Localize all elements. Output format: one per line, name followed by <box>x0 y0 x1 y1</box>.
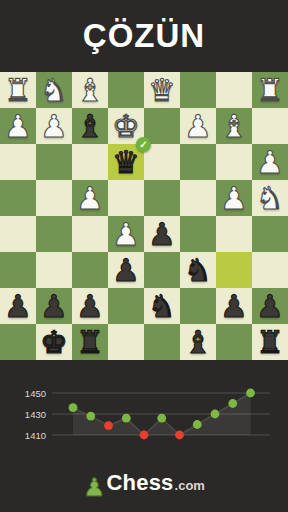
square-f3[interactable] <box>72 144 108 180</box>
square-h2[interactable]: ♟ <box>0 108 36 144</box>
piece-wP-a3[interactable]: ♟ <box>256 144 284 180</box>
piece-wK-e2[interactable]: ♚ <box>112 108 140 144</box>
square-f2[interactable]: ♝ <box>72 108 108 144</box>
square-e5[interactable]: ♟ <box>108 216 144 252</box>
piece-wP-h2[interactable]: ♟ <box>4 108 32 144</box>
square-c8[interactable]: ♝ <box>180 324 216 360</box>
piece-bQ-e3[interactable]: ♛ <box>112 144 140 180</box>
check-icon: ✓ <box>139 137 147 152</box>
square-e1[interactable] <box>108 72 144 108</box>
square-f7[interactable]: ♟ <box>72 288 108 324</box>
piece-wP-b4[interactable]: ♟ <box>220 180 248 216</box>
square-c1[interactable] <box>180 72 216 108</box>
piece-bR-a8[interactable]: ♜ <box>256 324 284 360</box>
piece-wR-h1[interactable]: ♜ <box>4 72 32 108</box>
brand-name: Chess <box>107 470 174 496</box>
square-c6[interactable]: ♞ <box>180 252 216 288</box>
title-bar: ÇÖZÜN <box>0 0 288 72</box>
ytick-label: 1430 <box>25 409 46 420</box>
square-g8[interactable]: ♚ <box>36 324 72 360</box>
piece-bK-g8[interactable]: ♚ <box>40 324 68 360</box>
chart-point-9 <box>211 410 220 419</box>
square-g3[interactable] <box>36 144 72 180</box>
square-e7[interactable] <box>108 288 144 324</box>
app-screen: ÇÖZÜN ♜♞♝♛♜♟♟♝♚♟♝♛♟♟♟♞♟♟♟♞♟♟♟♞♟♟♚♜♝♜✓ 14… <box>0 0 288 512</box>
square-b7[interactable]: ♟ <box>216 288 252 324</box>
square-b4[interactable]: ♟ <box>216 180 252 216</box>
piece-wN-a4[interactable]: ♞ <box>256 180 284 216</box>
piece-bP-b7[interactable]: ♟ <box>220 288 248 324</box>
square-g2[interactable]: ♟ <box>36 108 72 144</box>
square-h7[interactable]: ♟ <box>0 288 36 324</box>
chart-point-7 <box>175 431 184 440</box>
square-e6[interactable]: ♟ <box>108 252 144 288</box>
correct-move-badge: ✓ <box>136 137 151 152</box>
piece-wP-e5[interactable]: ♟ <box>112 216 140 252</box>
square-a3[interactable]: ♟ <box>252 144 288 180</box>
chess-board: ♜♞♝♛♜♟♟♝♚♟♝♛♟♟♟♞♟♟♟♞♟♟♟♞♟♟♚♜♝♜✓ <box>0 72 288 360</box>
pawn-logo-icon: ♟ <box>83 475 105 500</box>
square-h5[interactable] <box>0 216 36 252</box>
piece-bP-e6[interactable]: ♟ <box>112 252 140 288</box>
chart-point-5 <box>140 431 149 440</box>
square-c4[interactable] <box>180 180 216 216</box>
square-h4[interactable] <box>0 180 36 216</box>
square-g5[interactable] <box>36 216 72 252</box>
square-d4[interactable] <box>144 180 180 216</box>
square-b8[interactable] <box>216 324 252 360</box>
square-b5[interactable] <box>216 216 252 252</box>
piece-bN-d7[interactable]: ♞ <box>148 288 176 324</box>
ytick-label: 1410 <box>25 430 46 441</box>
piece-wQ-d1[interactable]: ♛ <box>148 72 176 108</box>
square-d8[interactable] <box>144 324 180 360</box>
piece-bP-g7[interactable]: ♟ <box>40 288 68 324</box>
square-g6[interactable] <box>36 252 72 288</box>
piece-wN-g1[interactable]: ♞ <box>40 72 68 108</box>
square-b6[interactable] <box>216 252 252 288</box>
piece-wB-b2[interactable]: ♝ <box>220 108 248 144</box>
chart-point-4 <box>122 414 131 423</box>
square-a5[interactable] <box>252 216 288 252</box>
square-f6[interactable] <box>72 252 108 288</box>
square-g4[interactable] <box>36 180 72 216</box>
brand-tld: .com <box>175 478 205 493</box>
square-b2[interactable]: ♝ <box>216 108 252 144</box>
chart-point-2 <box>86 412 95 421</box>
piece-bB-f2[interactable]: ♝ <box>76 108 104 144</box>
square-d5[interactable]: ♟ <box>144 216 180 252</box>
square-d2[interactable] <box>144 108 180 144</box>
square-e8[interactable] <box>108 324 144 360</box>
square-a6[interactable] <box>252 252 288 288</box>
square-c7[interactable] <box>180 288 216 324</box>
brand-footer[interactable]: ♟ Chess .com <box>0 470 288 502</box>
piece-bP-a7[interactable]: ♟ <box>256 288 284 324</box>
square-a4[interactable]: ♞ <box>252 180 288 216</box>
square-c3[interactable] <box>180 144 216 180</box>
square-h8[interactable] <box>0 324 36 360</box>
square-d6[interactable] <box>144 252 180 288</box>
square-b3[interactable] <box>216 144 252 180</box>
chart-point-1 <box>69 403 78 412</box>
chart-point-6 <box>157 414 166 423</box>
piece-wR-a1[interactable]: ♜ <box>256 72 284 108</box>
square-h6[interactable] <box>0 252 36 288</box>
square-a8[interactable]: ♜ <box>252 324 288 360</box>
chart-point-11 <box>246 389 255 398</box>
rating-chart: 145014301410 <box>0 370 288 470</box>
chart-point-10 <box>228 399 237 408</box>
square-f4[interactable]: ♟ <box>72 180 108 216</box>
piece-bP-h7[interactable]: ♟ <box>4 288 32 324</box>
chart-point-3 <box>104 421 113 430</box>
piece-wP-c2[interactable]: ♟ <box>184 108 212 144</box>
square-g7[interactable]: ♟ <box>36 288 72 324</box>
piece-bB-c8[interactable]: ♝ <box>184 324 212 360</box>
square-a2[interactable] <box>252 108 288 144</box>
piece-wB-f1[interactable]: ♝ <box>76 72 104 108</box>
square-f8[interactable]: ♜ <box>72 324 108 360</box>
piece-bR-f8[interactable]: ♜ <box>76 324 104 360</box>
square-d1[interactable]: ♛ <box>144 72 180 108</box>
square-a7[interactable]: ♟ <box>252 288 288 324</box>
chart-point-8 <box>193 420 202 429</box>
square-d3[interactable] <box>144 144 180 180</box>
square-d7[interactable]: ♞ <box>144 288 180 324</box>
piece-wP-f4[interactable]: ♟ <box>76 180 104 216</box>
square-f5[interactable] <box>72 216 108 252</box>
page-title: ÇÖZÜN <box>83 17 205 55</box>
piece-bP-f7[interactable]: ♟ <box>76 288 104 324</box>
square-f1[interactable]: ♝ <box>72 72 108 108</box>
piece-bN-c6[interactable]: ♞ <box>184 252 212 288</box>
square-a1[interactable]: ♜ <box>252 72 288 108</box>
ytick-label: 1450 <box>25 388 46 399</box>
square-c5[interactable] <box>180 216 216 252</box>
square-b1[interactable] <box>216 72 252 108</box>
square-g1[interactable]: ♞ <box>36 72 72 108</box>
square-h3[interactable] <box>0 144 36 180</box>
square-c2[interactable]: ♟ <box>180 108 216 144</box>
square-e4[interactable] <box>108 180 144 216</box>
piece-bP-d5[interactable]: ♟ <box>148 216 176 252</box>
square-h1[interactable]: ♜ <box>0 72 36 108</box>
piece-wP-g2[interactable]: ♟ <box>40 108 68 144</box>
